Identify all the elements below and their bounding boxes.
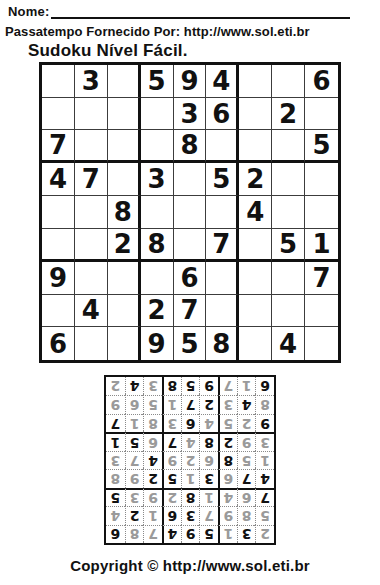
cell-r8c5: 7: [174, 295, 207, 328]
solution-cell-r3c7: 9: [143, 488, 162, 506]
solution-cell-r2c3: 9: [218, 506, 237, 524]
solution-cell-r2c7: 1: [143, 506, 162, 524]
solution-cell-r1c2: 3: [237, 525, 256, 543]
cell-r3c5: 8: [174, 130, 207, 163]
cell-r4c2: 7: [75, 163, 108, 196]
cell-r3c1: 7: [42, 130, 75, 163]
solution-cell-r7c7: 8: [143, 414, 162, 432]
cell-r5c4[interactable]: [141, 196, 174, 229]
cell-r7c6[interactable]: [206, 262, 239, 295]
solution-cell-r1c6: 4: [162, 525, 181, 543]
cell-r1c7[interactable]: [239, 65, 272, 98]
solution-cell-r2c8: 2: [125, 506, 144, 524]
solution-cell-r1c4: 5: [199, 525, 218, 543]
solution-cell-r4c8: 9: [125, 469, 144, 487]
solution-cell-r6c6: 7: [162, 432, 181, 450]
cell-r2c9[interactable]: [305, 98, 338, 131]
solution-cell-r5c2: 5: [237, 451, 256, 469]
solution-cell-r8c1: 8: [255, 395, 274, 413]
cell-r9c1: 6: [42, 327, 75, 360]
solution-cell-r4c9: 8: [106, 469, 125, 487]
cell-r1c8[interactable]: [272, 65, 305, 98]
cell-r4c6: 5: [206, 163, 239, 196]
cell-r7c2[interactable]: [75, 262, 108, 295]
cell-r5c6[interactable]: [206, 196, 239, 229]
solution-cell-r9c6: 8: [162, 377, 181, 395]
solution-cell-r6c3: 2: [218, 432, 237, 450]
solution-cell-r5c6: 9: [162, 451, 181, 469]
solution-cell-r9c4: 9: [199, 377, 218, 395]
solution-cell-r1c1: 2: [255, 525, 274, 543]
solution-cell-r8c6: 1: [162, 395, 181, 413]
solution-cell-r7c2: 2: [237, 414, 256, 432]
cell-r8c4: 2: [141, 295, 174, 328]
cell-r3c6[interactable]: [206, 130, 239, 163]
cell-r2c8: 2: [272, 98, 305, 131]
cell-r1c6: 4: [206, 65, 239, 98]
solution-cell-r1c5: 9: [181, 525, 200, 543]
cell-r3c3[interactable]: [108, 130, 141, 163]
cell-r5c8[interactable]: [272, 196, 305, 229]
cell-r6c6: 7: [206, 229, 239, 262]
cell-r8c6[interactable]: [206, 295, 239, 328]
cell-r7c1: 9: [42, 262, 75, 295]
solution-cell-r6c4: 8: [199, 432, 218, 450]
solution-cell-r6c2: 9: [237, 432, 256, 450]
solution-cell-r4c6: 5: [162, 469, 181, 487]
cell-r4c4: 3: [141, 163, 174, 196]
solution-cell-r3c2: 6: [237, 488, 256, 506]
cell-r1c5: 9: [174, 65, 207, 98]
solution-cell-r4c4: 3: [199, 469, 218, 487]
solution-cell-r3c4: 1: [199, 488, 218, 506]
solution-cell-r7c5: 6: [181, 414, 200, 432]
cell-r1c4: 5: [141, 65, 174, 98]
cell-r3c7[interactable]: [239, 130, 272, 163]
solution-cell-r8c5: 7: [181, 395, 200, 413]
sudoku-puzzle-grid: 3594636278547352842875196742769584: [39, 62, 341, 363]
solution-cell-r5c7: 4: [143, 451, 162, 469]
solution-cell-r9c9: 2: [106, 377, 125, 395]
solution-cell-r4c3: 6: [218, 469, 237, 487]
cell-r1c9: 6: [305, 65, 338, 98]
cell-r6c4: 8: [141, 229, 174, 262]
cell-r4c9[interactable]: [305, 163, 338, 196]
cell-r2c7[interactable]: [239, 98, 272, 131]
cell-r7c3[interactable]: [108, 262, 141, 295]
solution-cell-r9c7: 3: [143, 377, 162, 395]
cell-r8c7[interactable]: [239, 295, 272, 328]
solution-cell-r1c7: 7: [143, 525, 162, 543]
name-fill-in-line[interactable]: [51, 3, 350, 19]
page-title: Sudoku Nível Fácil.: [28, 41, 188, 61]
solution-cell-r8c3: 3: [218, 395, 237, 413]
cell-r6c5[interactable]: [174, 229, 207, 262]
cell-r4c8[interactable]: [272, 163, 305, 196]
solution-cell-r9c8: 4: [125, 377, 144, 395]
cell-r5c1[interactable]: [42, 196, 75, 229]
solution-cell-r2c6: 6: [162, 506, 181, 524]
cell-r2c5: 3: [174, 98, 207, 131]
provider-line: Passatempo Fornecido Por: http://www.sol…: [5, 24, 310, 39]
cell-r3c9: 5: [305, 130, 338, 163]
cell-r3c4[interactable]: [141, 130, 174, 163]
solution-cell-r2c9: 4: [106, 506, 125, 524]
solution-cell-r7c9: 7: [106, 414, 125, 432]
solution-cell-r1c8: 8: [125, 525, 144, 543]
cell-r2c3[interactable]: [108, 98, 141, 131]
cell-r9c5: 5: [174, 327, 207, 360]
name-row: Nome:: [8, 3, 350, 19]
cell-r7c5: 6: [174, 262, 207, 295]
solution-cell-r3c3: 4: [218, 488, 237, 506]
solution-cell-r7c6: 3: [162, 414, 181, 432]
cell-r9c3[interactable]: [108, 327, 141, 360]
solution-cell-r9c1: 6: [255, 377, 274, 395]
solution-cell-r8c9: 9: [106, 395, 125, 413]
solution-cell-r6c1: 3: [255, 432, 274, 450]
solution-cell-r5c5: 2: [181, 451, 200, 469]
solution-cell-r1c3: 1: [218, 525, 237, 543]
cell-r7c9: 7: [305, 262, 338, 295]
solution-cell-r2c2: 8: [237, 506, 256, 524]
solution-cell-r4c2: 7: [237, 469, 256, 487]
solution-cell-r5c8: 7: [125, 451, 144, 469]
cell-r6c7[interactable]: [239, 229, 272, 262]
solution-cell-r3c5: 8: [181, 488, 200, 506]
solution-cell-r4c7: 2: [143, 469, 162, 487]
cell-r8c9[interactable]: [305, 295, 338, 328]
cell-r2c4[interactable]: [141, 98, 174, 131]
cell-r8c1[interactable]: [42, 295, 75, 328]
cell-r1c2: 3: [75, 65, 108, 98]
cell-r2c1[interactable]: [42, 98, 75, 131]
cell-r6c8: 5: [272, 229, 305, 262]
cell-r8c3[interactable]: [108, 295, 141, 328]
cell-r7c7[interactable]: [239, 262, 272, 295]
cell-r2c2[interactable]: [75, 98, 108, 131]
solution-cell-r2c4: 7: [199, 506, 218, 524]
cell-r7c8[interactable]: [272, 262, 305, 295]
solution-cell-r2c1: 5: [255, 506, 274, 524]
copyright-line: Copyright © http://www.sol.eti.br: [0, 557, 380, 574]
cell-r8c2: 4: [75, 295, 108, 328]
solution-cell-r3c6: 2: [162, 488, 181, 506]
cell-r5c9[interactable]: [305, 196, 338, 229]
solution-cell-r3c8: 3: [125, 488, 144, 506]
solution-cell-r9c5: 5: [181, 377, 200, 395]
cell-r6c9: 1: [305, 229, 338, 262]
solution-cell-r6c7: 6: [143, 432, 162, 450]
solution-cell-r2c5: 3: [181, 506, 200, 524]
cell-r8c8[interactable]: [272, 295, 305, 328]
cell-r9c2[interactable]: [75, 327, 108, 360]
cell-r6c3: 2: [108, 229, 141, 262]
solution-cell-r9c3: 7: [218, 377, 237, 395]
cell-r2c6: 6: [206, 98, 239, 131]
cell-r9c6: 8: [206, 327, 239, 360]
worksheet-page: Nome: Passatempo Fornecido Por: http://w…: [0, 0, 380, 585]
solution-cell-r8c2: 4: [237, 395, 256, 413]
solution-cell-r9c2: 1: [237, 377, 256, 395]
solution-cell-r6c8: 5: [125, 432, 144, 450]
cell-r4c5[interactable]: [174, 163, 207, 196]
cell-r9c7[interactable]: [239, 327, 272, 360]
solution-cell-r8c7: 5: [143, 395, 162, 413]
solution-cell-r7c1: 9: [255, 414, 274, 432]
cell-r9c9[interactable]: [305, 327, 338, 360]
solution-cell-r7c3: 5: [218, 414, 237, 432]
cell-r4c1: 4: [42, 163, 75, 196]
solution-cell-r5c1: 1: [255, 451, 274, 469]
solution-cell-r6c5: 4: [181, 432, 200, 450]
cell-r6c2[interactable]: [75, 229, 108, 262]
solution-cell-r6c9: 1: [106, 432, 125, 450]
cell-r4c3[interactable]: [108, 163, 141, 196]
cell-r6c1[interactable]: [42, 229, 75, 262]
solution-cell-r8c8: 6: [125, 395, 144, 413]
cell-r9c8: 4: [272, 327, 305, 360]
solution-cell-r5c4: 6: [199, 451, 218, 469]
solution-cell-r5c3: 8: [218, 451, 237, 469]
cell-r3c8[interactable]: [272, 130, 305, 163]
solution-cell-r1c9: 6: [106, 525, 125, 543]
cell-r1c1[interactable]: [42, 65, 75, 98]
solution-cell-r8c4: 2: [199, 395, 218, 413]
cell-r5c7: 4: [239, 196, 272, 229]
cell-r5c2[interactable]: [75, 196, 108, 229]
solution-cell-r5c9: 3: [106, 451, 125, 469]
cell-r1c3[interactable]: [108, 65, 141, 98]
cell-r9c4: 9: [141, 327, 174, 360]
cell-r5c5[interactable]: [174, 196, 207, 229]
solution-cell-r7c4: 4: [199, 414, 218, 432]
cell-r4c7: 2: [239, 163, 272, 196]
cell-r3c2[interactable]: [75, 130, 108, 163]
name-label: Nome:: [8, 4, 49, 19]
solution-cell-r3c9: 5: [106, 488, 125, 506]
solution-cell-r4c1: 4: [255, 469, 274, 487]
solution-cell-r4c5: 1: [181, 469, 200, 487]
sudoku-solution-grid-rotated: 2315947865897361247641829354763152981586…: [104, 375, 276, 545]
cell-r5c3: 8: [108, 196, 141, 229]
solution-cell-r3c1: 7: [255, 488, 274, 506]
solution-cell-r7c8: 1: [125, 414, 144, 432]
cell-r7c4[interactable]: [141, 262, 174, 295]
